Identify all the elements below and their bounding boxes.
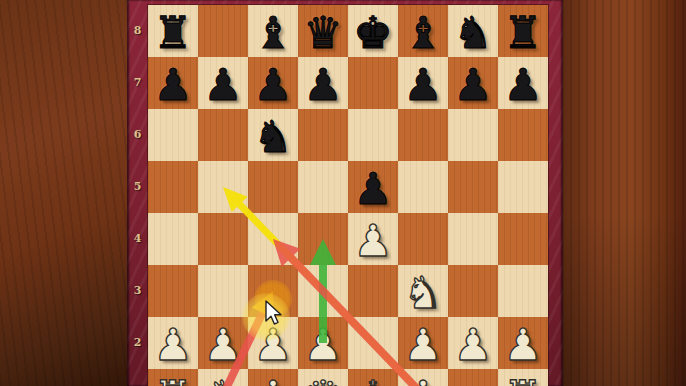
piece-black-pawn[interactable]: ♟ <box>248 57 298 109</box>
piece-black-bishop[interactable]: ♝ <box>398 5 448 57</box>
square-f2[interactable]: ♟ <box>398 317 448 369</box>
piece-white-pawn[interactable]: ♟ <box>348 213 398 265</box>
piece-white-king[interactable]: ♚ <box>348 369 398 386</box>
piece-black-knight[interactable]: ♞ <box>448 5 498 57</box>
square-c2[interactable]: ♟ <box>248 317 298 369</box>
piece-white-pawn[interactable]: ♟ <box>448 317 498 369</box>
piece-black-knight[interactable]: ♞ <box>248 109 298 161</box>
piece-black-queen[interactable]: ♛ <box>298 5 348 57</box>
square-d3[interactable] <box>298 265 348 317</box>
square-f6[interactable] <box>398 109 448 161</box>
square-h8[interactable]: ♜ <box>498 5 548 57</box>
square-h6[interactable] <box>498 109 548 161</box>
wood-background-right <box>562 0 686 386</box>
piece-white-pawn[interactable]: ♟ <box>298 317 348 369</box>
piece-white-pawn[interactable]: ♟ <box>498 317 548 369</box>
square-e7[interactable] <box>348 57 398 109</box>
rank-label-8: 8 <box>127 5 148 57</box>
square-c3[interactable] <box>248 265 298 317</box>
piece-white-queen[interactable]: ♛ <box>298 369 348 386</box>
piece-black-rook[interactable]: ♜ <box>498 5 548 57</box>
piece-black-pawn[interactable]: ♟ <box>148 57 198 109</box>
piece-white-bishop[interactable]: ♝ <box>398 369 448 386</box>
square-c4[interactable] <box>248 213 298 265</box>
wood-background-left <box>0 0 128 386</box>
square-a5[interactable] <box>148 161 198 213</box>
rank-label-7: 7 <box>127 57 148 109</box>
square-a2[interactable]: ♟ <box>148 317 198 369</box>
square-b4[interactable] <box>198 213 248 265</box>
square-e6[interactable] <box>348 109 398 161</box>
piece-white-pawn[interactable]: ♟ <box>198 317 248 369</box>
square-c6[interactable]: ♞ <box>248 109 298 161</box>
piece-white-rook[interactable]: ♜ <box>148 369 198 386</box>
chess-board[interactable]: ♜♝♛♚♝♞♜♟♟♟♟♟♟♟♞♟♟♞♟♟♟♟♟♟♟♜♞♝♛♚♝♜ <box>148 5 548 386</box>
square-f8[interactable]: ♝ <box>398 5 448 57</box>
square-g6[interactable] <box>448 109 498 161</box>
square-a7[interactable]: ♟ <box>148 57 198 109</box>
square-g7[interactable]: ♟ <box>448 57 498 109</box>
piece-black-bishop[interactable]: ♝ <box>248 5 298 57</box>
piece-white-knight[interactable]: ♞ <box>198 369 248 386</box>
square-a6[interactable] <box>148 109 198 161</box>
square-e1[interactable]: ♚ <box>348 369 398 386</box>
square-g3[interactable] <box>448 265 498 317</box>
square-c1[interactable]: ♝ <box>248 369 298 386</box>
rank-label-4: 4 <box>127 213 148 265</box>
square-d7[interactable]: ♟ <box>298 57 348 109</box>
square-h5[interactable] <box>498 161 548 213</box>
rank-label-3: 3 <box>127 265 148 317</box>
piece-white-bishop[interactable]: ♝ <box>248 369 298 386</box>
square-e3[interactable] <box>348 265 398 317</box>
square-a8[interactable]: ♜ <box>148 5 198 57</box>
piece-black-pawn[interactable]: ♟ <box>398 57 448 109</box>
rank-label-6: 6 <box>127 109 148 161</box>
rank-label-5: 5 <box>127 161 148 213</box>
square-g8[interactable]: ♞ <box>448 5 498 57</box>
square-e2[interactable] <box>348 317 398 369</box>
square-e4[interactable]: ♟ <box>348 213 398 265</box>
square-c5[interactable] <box>248 161 298 213</box>
piece-white-rook[interactable]: ♜ <box>498 369 548 386</box>
square-b5[interactable] <box>198 161 248 213</box>
piece-black-king[interactable]: ♚ <box>348 5 398 57</box>
piece-black-pawn[interactable]: ♟ <box>448 57 498 109</box>
square-b1[interactable]: ♞ <box>198 369 248 386</box>
square-b3[interactable] <box>198 265 248 317</box>
piece-white-pawn[interactable]: ♟ <box>248 317 298 369</box>
square-d2[interactable]: ♟ <box>298 317 348 369</box>
piece-black-pawn[interactable]: ♟ <box>298 57 348 109</box>
square-g2[interactable]: ♟ <box>448 317 498 369</box>
square-d1[interactable]: ♛ <box>298 369 348 386</box>
square-d6[interactable] <box>298 109 348 161</box>
piece-white-pawn[interactable]: ♟ <box>148 317 198 369</box>
square-f3[interactable]: ♞ <box>398 265 448 317</box>
square-f7[interactable]: ♟ <box>398 57 448 109</box>
square-h1[interactable]: ♜ <box>498 369 548 386</box>
piece-black-pawn[interactable]: ♟ <box>198 57 248 109</box>
piece-black-pawn[interactable]: ♟ <box>348 161 398 213</box>
piece-white-pawn[interactable]: ♟ <box>398 317 448 369</box>
square-f4[interactable] <box>398 213 448 265</box>
square-b7[interactable]: ♟ <box>198 57 248 109</box>
square-c8[interactable]: ♝ <box>248 5 298 57</box>
screenshot-root: 87654321 ♜♝♛♚♝♞♜♟♟♟♟♟♟♟♞♟♟♞♟♟♟♟♟♟♟♜♞♝♛♚♝… <box>0 0 686 386</box>
square-d8[interactable]: ♛ <box>298 5 348 57</box>
square-h2[interactable]: ♟ <box>498 317 548 369</box>
square-c7[interactable]: ♟ <box>248 57 298 109</box>
square-h7[interactable]: ♟ <box>498 57 548 109</box>
square-d5[interactable] <box>298 161 348 213</box>
square-e5[interactable]: ♟ <box>348 161 398 213</box>
square-g5[interactable] <box>448 161 498 213</box>
square-h4[interactable] <box>498 213 548 265</box>
piece-white-knight[interactable]: ♞ <box>398 265 448 317</box>
board-frame: 87654321 ♜♝♛♚♝♞♜♟♟♟♟♟♟♟♞♟♟♞♟♟♟♟♟♟♟♜♞♝♛♚♝… <box>127 0 563 386</box>
square-g4[interactable] <box>448 213 498 265</box>
square-g1[interactable] <box>448 369 498 386</box>
rank-label-1: 1 <box>127 369 148 386</box>
square-b2[interactable]: ♟ <box>198 317 248 369</box>
square-h3[interactable] <box>498 265 548 317</box>
square-e8[interactable]: ♚ <box>348 5 398 57</box>
square-a3[interactable] <box>148 265 198 317</box>
square-a4[interactable] <box>148 213 198 265</box>
piece-black-rook[interactable]: ♜ <box>148 5 198 57</box>
square-a1[interactable]: ♜ <box>148 369 198 386</box>
square-f5[interactable] <box>398 161 448 213</box>
piece-black-pawn[interactable]: ♟ <box>498 57 548 109</box>
rank-label-2: 2 <box>127 317 148 369</box>
square-b8[interactable] <box>198 5 248 57</box>
square-b6[interactable] <box>198 109 248 161</box>
square-d4[interactable] <box>298 213 348 265</box>
square-f1[interactable]: ♝ <box>398 369 448 386</box>
